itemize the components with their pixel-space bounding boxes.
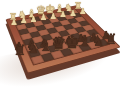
piece-black-rook-a8[interactable]: ♜ <box>14 43 27 57</box>
piece-white-pawn-d2[interactable]: ♟ <box>40 13 48 21</box>
piece-white-pawn-f2[interactable]: ♟ <box>59 10 67 18</box>
piece-white-pawn-h2[interactable]: ♟ <box>79 7 87 15</box>
piece-black-knight-b8[interactable]: ♞ <box>27 41 40 55</box>
piece-black-knight-g8[interactable]: ♞ <box>92 33 105 47</box>
piece-black-rook-h8[interactable]: ♜ <box>105 32 118 46</box>
piece-white-pawn-c2[interactable]: ♟ <box>30 15 38 23</box>
piece-white-pawn-b2[interactable]: ♟ <box>20 16 28 24</box>
piece-black-bishop-f8[interactable]: ♝ <box>78 34 92 50</box>
piece-white-pawn-e2[interactable]: ♟ <box>49 12 57 20</box>
pieces-layer: ♜♞♝♛♚♝♞♜♟♟♟♟♟♟♟♟♟♟♟♟♟♟♟♟♜♞♝♛♚♝♞♜ <box>0 0 120 92</box>
piece-white-pawn-g2[interactable]: ♟ <box>69 8 77 16</box>
piece-white-pawn-a2[interactable]: ♟ <box>10 18 18 26</box>
chess-set-photo: ♜♞♝♛♚♝♞♜♟♟♟♟♟♟♟♟♟♟♟♟♟♟♟♟♜♞♝♛♚♝♞♜ <box>0 0 120 92</box>
